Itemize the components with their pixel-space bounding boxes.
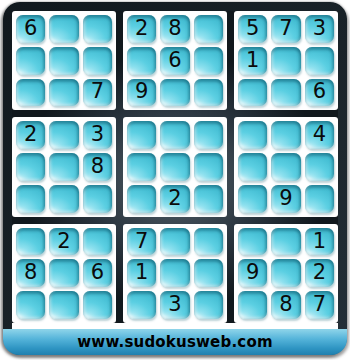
- box-2: 2869: [123, 11, 227, 110]
- cell-r5c6[interactable]: [194, 153, 223, 181]
- cell-r9c5[interactable]: 3: [160, 291, 189, 319]
- cell-r3c4[interactable]: 9: [127, 79, 156, 107]
- cell-r6c8[interactable]: 9: [271, 185, 300, 213]
- cell-r3c6[interactable]: [194, 79, 223, 107]
- cell-r5c9[interactable]: [305, 153, 334, 181]
- cell-r4c9[interactable]: 4: [305, 121, 334, 149]
- cell-r1c3[interactable]: [83, 15, 112, 43]
- cell-r7c5[interactable]: [160, 228, 189, 256]
- cell-r5c7[interactable]: [238, 153, 267, 181]
- cell-r2c3[interactable]: [83, 47, 112, 75]
- cell-r2c8[interactable]: [271, 47, 300, 75]
- sudoku-screenshot: 6728695731623824928671319287 www.sudokus…: [0, 0, 350, 360]
- board-frame: 6728695731623824928671319287 www.sudokus…: [3, 2, 347, 355]
- cell-r4c7[interactable]: [238, 121, 267, 149]
- cell-r4c1[interactable]: 2: [16, 121, 45, 149]
- cell-r9c4[interactable]: [127, 291, 156, 319]
- cell-r7c3[interactable]: [83, 228, 112, 256]
- cell-r2c9[interactable]: [305, 47, 334, 75]
- cell-r8c2[interactable]: [49, 259, 78, 287]
- cell-r3c8[interactable]: [271, 79, 300, 107]
- cell-r9c1[interactable]: [16, 291, 45, 319]
- cell-r4c8[interactable]: [271, 121, 300, 149]
- box-8: 713: [123, 224, 227, 323]
- cell-r7c2[interactable]: 2: [49, 228, 78, 256]
- box-9: 19287: [234, 224, 338, 323]
- cell-r3c5[interactable]: [160, 79, 189, 107]
- cell-r8c1[interactable]: 8: [16, 259, 45, 287]
- box-7: 286: [12, 224, 116, 323]
- cell-r9c7[interactable]: [238, 291, 267, 319]
- box-6: 49: [234, 117, 338, 216]
- cell-r8c9[interactable]: 2: [305, 259, 334, 287]
- cell-r4c4[interactable]: [127, 121, 156, 149]
- cell-r8c4[interactable]: 1: [127, 259, 156, 287]
- cell-r5c8[interactable]: [271, 153, 300, 181]
- cell-r6c9[interactable]: [305, 185, 334, 213]
- cell-r6c1[interactable]: [16, 185, 45, 213]
- cell-r9c9[interactable]: 7: [305, 291, 334, 319]
- cell-r9c6[interactable]: [194, 291, 223, 319]
- cell-r5c3[interactable]: 8: [83, 153, 112, 181]
- cell-r7c1[interactable]: [16, 228, 45, 256]
- box-3: 57316: [234, 11, 338, 110]
- cell-r3c3[interactable]: 7: [83, 79, 112, 107]
- cell-r9c8[interactable]: 8: [271, 291, 300, 319]
- cell-r2c6[interactable]: [194, 47, 223, 75]
- cell-r2c2[interactable]: [49, 47, 78, 75]
- cell-r1c4[interactable]: 2: [127, 15, 156, 43]
- cell-r8c8[interactable]: [271, 259, 300, 287]
- cell-r1c2[interactable]: [49, 15, 78, 43]
- cell-r6c4[interactable]: [127, 185, 156, 213]
- cell-r1c6[interactable]: [194, 15, 223, 43]
- cell-r4c5[interactable]: [160, 121, 189, 149]
- cell-r8c6[interactable]: [194, 259, 223, 287]
- cell-r3c9[interactable]: 6: [305, 79, 334, 107]
- cell-r6c7[interactable]: [238, 185, 267, 213]
- cell-r6c6[interactable]: [194, 185, 223, 213]
- cell-r7c6[interactable]: [194, 228, 223, 256]
- footer-bar: www.sudokusweb.com: [3, 329, 347, 355]
- cell-r4c3[interactable]: 3: [83, 121, 112, 149]
- box-5: 2: [123, 117, 227, 216]
- cell-r5c5[interactable]: [160, 153, 189, 181]
- cell-r2c5[interactable]: 6: [160, 47, 189, 75]
- cell-r8c5[interactable]: [160, 259, 189, 287]
- cell-r3c1[interactable]: [16, 79, 45, 107]
- cell-r1c1[interactable]: 6: [16, 15, 45, 43]
- cell-r7c8[interactable]: [271, 228, 300, 256]
- sudoku-grid: 6728695731623824928671319287: [12, 11, 338, 323]
- cell-r7c9[interactable]: 1: [305, 228, 334, 256]
- cell-r4c6[interactable]: [194, 121, 223, 149]
- cell-r5c4[interactable]: [127, 153, 156, 181]
- cell-r3c7[interactable]: [238, 79, 267, 107]
- cell-r2c1[interactable]: [16, 47, 45, 75]
- cell-r1c9[interactable]: 3: [305, 15, 334, 43]
- cell-r6c5[interactable]: 2: [160, 185, 189, 213]
- cell-r8c3[interactable]: 6: [83, 259, 112, 287]
- cell-r3c2[interactable]: [49, 79, 78, 107]
- cell-r8c7[interactable]: 9: [238, 259, 267, 287]
- cell-r7c7[interactable]: [238, 228, 267, 256]
- cell-r2c7[interactable]: 1: [238, 47, 267, 75]
- cell-r9c3[interactable]: [83, 291, 112, 319]
- cell-r9c2[interactable]: [49, 291, 78, 319]
- cell-r1c8[interactable]: 7: [271, 15, 300, 43]
- cell-r1c7[interactable]: 5: [238, 15, 267, 43]
- site-url-link[interactable]: www.sudokusweb.com: [77, 333, 272, 351]
- cell-r6c3[interactable]: [83, 185, 112, 213]
- box-4: 238: [12, 117, 116, 216]
- cell-r2c4[interactable]: [127, 47, 156, 75]
- cell-r5c2[interactable]: [49, 153, 78, 181]
- cell-r5c1[interactable]: [16, 153, 45, 181]
- cell-r4c2[interactable]: [49, 121, 78, 149]
- cell-r7c4[interactable]: 7: [127, 228, 156, 256]
- cell-r1c5[interactable]: 8: [160, 15, 189, 43]
- box-1: 67: [12, 11, 116, 110]
- cell-r6c2[interactable]: [49, 185, 78, 213]
